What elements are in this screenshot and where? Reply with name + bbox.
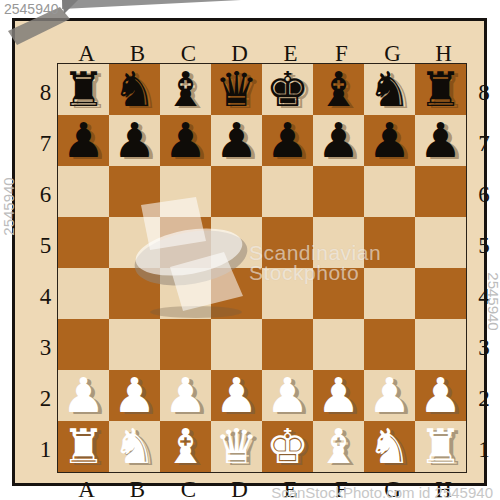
square-c7[interactable]: ♟ <box>160 115 211 166</box>
rank-label-8: 8 <box>30 67 61 118</box>
square-b5[interactable] <box>109 217 160 268</box>
square-d3[interactable] <box>211 319 262 370</box>
rank-label-5: 5 <box>30 220 61 271</box>
square-g1[interactable]: ♞ <box>364 421 415 472</box>
piece-white-pawn[interactable]: ♟ <box>58 370 109 421</box>
square-g3[interactable] <box>364 319 415 370</box>
piece-white-pawn[interactable]: ♟ <box>313 370 364 421</box>
piece-white-bishop[interactable]: ♝ <box>313 421 364 472</box>
piece-white-pawn[interactable]: ♟ <box>262 370 313 421</box>
square-b1[interactable]: ♞ <box>109 421 160 472</box>
square-b8[interactable]: ♞ <box>109 64 160 115</box>
square-h5[interactable] <box>415 217 466 268</box>
square-c4[interactable] <box>160 268 211 319</box>
square-f7[interactable]: ♟ <box>313 115 364 166</box>
square-h6[interactable] <box>415 166 466 217</box>
rank-label-1: 1 <box>30 424 61 475</box>
rank-label-2: 2 <box>469 373 499 424</box>
square-b3[interactable] <box>109 319 160 370</box>
piece-black-pawn[interactable]: ♟ <box>364 115 415 166</box>
piece-black-pawn[interactable]: ♟ <box>160 115 211 166</box>
square-h7[interactable]: ♟ <box>415 115 466 166</box>
piece-white-queen[interactable]: ♛ <box>211 421 262 472</box>
ribbon-sliver <box>62 0 241 9</box>
square-d7[interactable]: ♟ <box>211 115 262 166</box>
square-e3[interactable] <box>262 319 313 370</box>
square-e6[interactable] <box>262 166 313 217</box>
square-c2[interactable]: ♟ <box>160 370 211 421</box>
square-b6[interactable] <box>109 166 160 217</box>
file-label-C: C <box>163 475 214 500</box>
square-a8[interactable]: ♜ <box>58 64 109 115</box>
piece-white-pawn[interactable]: ♟ <box>160 370 211 421</box>
square-b7[interactable]: ♟ <box>109 115 160 166</box>
square-f2[interactable]: ♟ <box>313 370 364 421</box>
square-c6[interactable] <box>160 166 211 217</box>
square-a3[interactable] <box>58 319 109 370</box>
rank-label-7: 7 <box>469 118 499 169</box>
file-label-D: D <box>214 475 265 500</box>
square-a7[interactable]: ♟ <box>58 115 109 166</box>
watermark-bottom-line: ScanStockPhoto.com id 2545940 <box>271 484 493 500</box>
square-h4[interactable] <box>415 268 466 319</box>
file-label-B: B <box>112 475 163 500</box>
square-b4[interactable] <box>109 268 160 319</box>
square-h3[interactable] <box>415 319 466 370</box>
piece-black-rook[interactable]: ♜ <box>415 64 466 115</box>
piece-black-pawn[interactable]: ♟ <box>415 115 466 166</box>
rank-label-7: 7 <box>30 118 61 169</box>
square-f8[interactable]: ♝ <box>313 64 364 115</box>
rank-label-6: 6 <box>30 169 61 220</box>
square-h8[interactable]: ♜ <box>415 64 466 115</box>
piece-black-bishop[interactable]: ♝ <box>160 64 211 115</box>
square-g2[interactable]: ♟ <box>364 370 415 421</box>
piece-black-pawn[interactable]: ♟ <box>262 115 313 166</box>
rank-label-4: 4 <box>30 271 61 322</box>
piece-black-pawn[interactable]: ♟ <box>109 115 160 166</box>
square-f3[interactable] <box>313 319 364 370</box>
square-d2[interactable]: ♟ <box>211 370 262 421</box>
square-a2[interactable]: ♟ <box>58 370 109 421</box>
square-a1[interactable]: ♜ <box>58 421 109 472</box>
piece-white-rook[interactable]: ♜ <box>415 421 466 472</box>
square-c5[interactable] <box>160 217 211 268</box>
square-a6[interactable] <box>58 166 109 217</box>
watermark-id-top-left: 2545940 <box>4 1 59 17</box>
square-h2[interactable]: ♟ <box>415 370 466 421</box>
piece-black-queen[interactable]: ♛ <box>211 64 262 115</box>
piece-white-rook[interactable]: ♜ <box>58 421 109 472</box>
piece-black-king[interactable]: ♚ <box>262 64 313 115</box>
piece-black-bishop[interactable]: ♝ <box>313 64 364 115</box>
square-e1[interactable]: ♚ <box>262 421 313 472</box>
square-g8[interactable]: ♞ <box>364 64 415 115</box>
square-b2[interactable]: ♟ <box>109 370 160 421</box>
square-f6[interactable] <box>313 166 364 217</box>
piece-white-knight[interactable]: ♞ <box>364 421 415 472</box>
piece-white-knight[interactable]: ♞ <box>109 421 160 472</box>
piece-black-rook[interactable]: ♜ <box>58 64 109 115</box>
square-e7[interactable]: ♟ <box>262 115 313 166</box>
rank-labels-left: 87654321 <box>30 67 61 475</box>
watermark-center-line2: Stockphoto <box>249 263 381 283</box>
square-g7[interactable]: ♟ <box>364 115 415 166</box>
ribbon-fold-triangle <box>62 0 78 14</box>
square-a4[interactable] <box>58 268 109 319</box>
piece-white-pawn[interactable]: ♟ <box>109 370 160 421</box>
rank-label-3: 3 <box>30 322 61 373</box>
square-d1[interactable]: ♛ <box>211 421 262 472</box>
piece-black-pawn[interactable]: ♟ <box>211 115 262 166</box>
piece-white-pawn[interactable]: ♟ <box>364 370 415 421</box>
piece-black-knight[interactable]: ♞ <box>109 64 160 115</box>
piece-black-pawn[interactable]: ♟ <box>58 115 109 166</box>
watermark-id-right-edge: 2545940 <box>485 244 500 359</box>
piece-white-bishop[interactable]: ♝ <box>160 421 211 472</box>
piece-black-pawn[interactable]: ♟ <box>313 115 364 166</box>
piece-white-pawn[interactable]: ♟ <box>415 370 466 421</box>
rank-label-2: 2 <box>30 373 61 424</box>
square-c8[interactable]: ♝ <box>160 64 211 115</box>
square-c1[interactable]: ♝ <box>160 421 211 472</box>
rank-label-1: 1 <box>469 424 499 475</box>
square-e2[interactable]: ♟ <box>262 370 313 421</box>
piece-white-pawn[interactable]: ♟ <box>211 370 262 421</box>
watermark-center-line1: Scandinavian <box>249 243 381 263</box>
square-f1[interactable]: ♝ <box>313 421 364 472</box>
file-label-A: A <box>61 475 112 500</box>
square-g6[interactable] <box>364 166 415 217</box>
piece-black-knight[interactable]: ♞ <box>364 64 415 115</box>
square-d6[interactable] <box>211 166 262 217</box>
square-h1[interactable]: ♜ <box>415 421 466 472</box>
watermark-center-text: Scandinavian Stockphoto <box>249 243 381 282</box>
square-e8[interactable]: ♚ <box>262 64 313 115</box>
square-a5[interactable] <box>58 217 109 268</box>
square-d8[interactable]: ♛ <box>211 64 262 115</box>
piece-white-king[interactable]: ♚ <box>262 421 313 472</box>
rank-label-6: 6 <box>469 169 499 220</box>
watermark-id-left-edge: 2545940 <box>0 149 17 264</box>
rank-label-8: 8 <box>469 67 499 118</box>
square-c3[interactable] <box>160 319 211 370</box>
